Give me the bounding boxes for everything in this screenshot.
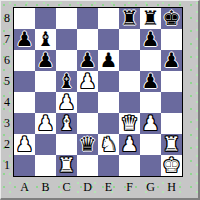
piece-black-pawn-a7[interactable]: ♟ [16, 29, 34, 50]
piece-white-king-h1[interactable]: ♚ [163, 155, 181, 176]
square-e1[interactable] [98, 155, 119, 176]
square-a3[interactable] [14, 113, 35, 134]
board-frame: 87654321 ♜♜♚♟♝♟♟♟♟♟♝♟♟♟♟♝♛♟♟♛♞♟♜♜♚ ABCDE… [0, 0, 200, 200]
square-f3[interactable]: ♛ [119, 113, 140, 134]
piece-black-rook-f8[interactable]: ♜ [121, 8, 139, 29]
piece-white-pawn-b3[interactable]: ♟ [37, 113, 55, 134]
square-a2[interactable]: ♟ [14, 134, 35, 155]
square-b3[interactable]: ♟ [35, 113, 56, 134]
rank-label-7: 7 [1, 29, 13, 50]
piece-black-king-h8[interactable]: ♚ [163, 8, 181, 29]
square-b7[interactable]: ♝ [35, 29, 56, 50]
square-e8[interactable] [98, 8, 119, 29]
square-h8[interactable]: ♚ [161, 8, 182, 29]
rank-label-4: 4 [1, 92, 13, 113]
piece-black-rook-g8[interactable]: ♜ [142, 8, 160, 29]
square-d6[interactable]: ♟ [77, 50, 98, 71]
square-d8[interactable] [77, 8, 98, 29]
square-c8[interactable] [56, 8, 77, 29]
square-c2[interactable] [56, 134, 77, 155]
square-h2[interactable]: ♜ [161, 134, 182, 155]
piece-white-pawn-d5[interactable]: ♟ [79, 71, 97, 92]
square-f4[interactable] [119, 92, 140, 113]
square-g1[interactable] [140, 155, 161, 176]
file-label-d: D [77, 179, 98, 195]
piece-white-pawn-c4[interactable]: ♟ [58, 92, 76, 113]
square-c7[interactable] [56, 29, 77, 50]
file-labels: ABCDEFGH [14, 179, 182, 195]
piece-white-queen-f3[interactable]: ♛ [121, 113, 139, 134]
file-label-h: H [161, 179, 182, 195]
square-g4[interactable] [140, 92, 161, 113]
piece-black-pawn-g7[interactable]: ♟ [142, 29, 160, 50]
square-a7[interactable]: ♟ [14, 29, 35, 50]
square-c5[interactable]: ♝ [56, 71, 77, 92]
piece-black-bishop-b7[interactable]: ♝ [37, 29, 55, 50]
rank-label-1: 1 [1, 155, 13, 176]
square-b1[interactable] [35, 155, 56, 176]
square-d3[interactable] [77, 113, 98, 134]
square-a8[interactable] [14, 8, 35, 29]
rank-label-2: 2 [1, 134, 13, 155]
rank-label-6: 6 [1, 50, 13, 71]
square-b6[interactable]: ♟ [35, 50, 56, 71]
square-g2[interactable] [140, 134, 161, 155]
square-b5[interactable] [35, 71, 56, 92]
square-e5[interactable] [98, 71, 119, 92]
square-b2[interactable] [35, 134, 56, 155]
rank-label-5: 5 [1, 71, 13, 92]
square-h7[interactable] [161, 29, 182, 50]
piece-black-pawn-h6[interactable]: ♟ [163, 50, 181, 71]
piece-white-rook-c1[interactable]: ♜ [58, 155, 76, 176]
square-h3[interactable] [161, 113, 182, 134]
piece-black-pawn-g5[interactable]: ♟ [142, 71, 160, 92]
square-b8[interactable] [35, 8, 56, 29]
square-f5[interactable] [119, 71, 140, 92]
piece-white-bishop-c3[interactable]: ♝ [58, 113, 76, 134]
square-a4[interactable] [14, 92, 35, 113]
square-f1[interactable] [119, 155, 140, 176]
square-h4[interactable] [161, 92, 182, 113]
square-d4[interactable] [77, 92, 98, 113]
file-label-g: G [140, 179, 161, 195]
piece-white-pawn-g3[interactable]: ♟ [142, 113, 160, 134]
square-d5[interactable]: ♟ [77, 71, 98, 92]
rank-label-8: 8 [1, 8, 13, 29]
square-f8[interactable]: ♜ [119, 8, 140, 29]
square-g3[interactable]: ♟ [140, 113, 161, 134]
square-h6[interactable]: ♟ [161, 50, 182, 71]
square-f6[interactable] [119, 50, 140, 71]
square-a5[interactable] [14, 71, 35, 92]
piece-black-queen-d2[interactable]: ♛ [79, 134, 97, 155]
square-e2[interactable]: ♞ [98, 134, 119, 155]
square-e7[interactable] [98, 29, 119, 50]
square-d7[interactable] [77, 29, 98, 50]
rank-label-3: 3 [1, 113, 13, 134]
square-h5[interactable] [161, 71, 182, 92]
square-f7[interactable] [119, 29, 140, 50]
file-label-b: B [35, 179, 56, 195]
file-label-f: F [119, 179, 140, 195]
square-h1[interactable]: ♚ [161, 155, 182, 176]
square-c3[interactable]: ♝ [56, 113, 77, 134]
square-e6[interactable]: ♟ [98, 50, 119, 71]
square-e3[interactable] [98, 113, 119, 134]
square-g7[interactable]: ♟ [140, 29, 161, 50]
square-f2[interactable]: ♟ [119, 134, 140, 155]
file-label-a: A [14, 179, 35, 195]
piece-black-pawn-e6[interactable]: ♟ [100, 50, 118, 71]
square-b4[interactable] [35, 92, 56, 113]
square-c6[interactable] [56, 50, 77, 71]
piece-black-bishop-c5[interactable]: ♝ [58, 71, 76, 92]
square-d1[interactable] [77, 155, 98, 176]
rank-labels: 87654321 [1, 8, 13, 176]
chess-board: ♜♜♚♟♝♟♟♟♟♟♝♟♟♟♟♝♛♟♟♛♞♟♜♜♚ [13, 7, 183, 177]
piece-black-pawn-b6[interactable]: ♟ [37, 50, 55, 71]
file-label-e: E [98, 179, 119, 195]
square-g8[interactable]: ♜ [140, 8, 161, 29]
square-a1[interactable] [14, 155, 35, 176]
square-c4[interactable]: ♟ [56, 92, 77, 113]
square-c1[interactable]: ♜ [56, 155, 77, 176]
square-e4[interactable] [98, 92, 119, 113]
square-g5[interactable]: ♟ [140, 71, 161, 92]
piece-white-knight-e2[interactable]: ♞ [100, 134, 118, 155]
square-d2[interactable]: ♛ [77, 134, 98, 155]
file-label-c: C [56, 179, 77, 195]
piece-white-rook-h2[interactable]: ♜ [163, 134, 181, 155]
square-g6[interactable] [140, 50, 161, 71]
square-a6[interactable] [14, 50, 35, 71]
piece-white-pawn-a2[interactable]: ♟ [16, 134, 34, 155]
piece-white-pawn-f2[interactable]: ♟ [121, 134, 139, 155]
piece-black-pawn-d6[interactable]: ♟ [79, 50, 97, 71]
